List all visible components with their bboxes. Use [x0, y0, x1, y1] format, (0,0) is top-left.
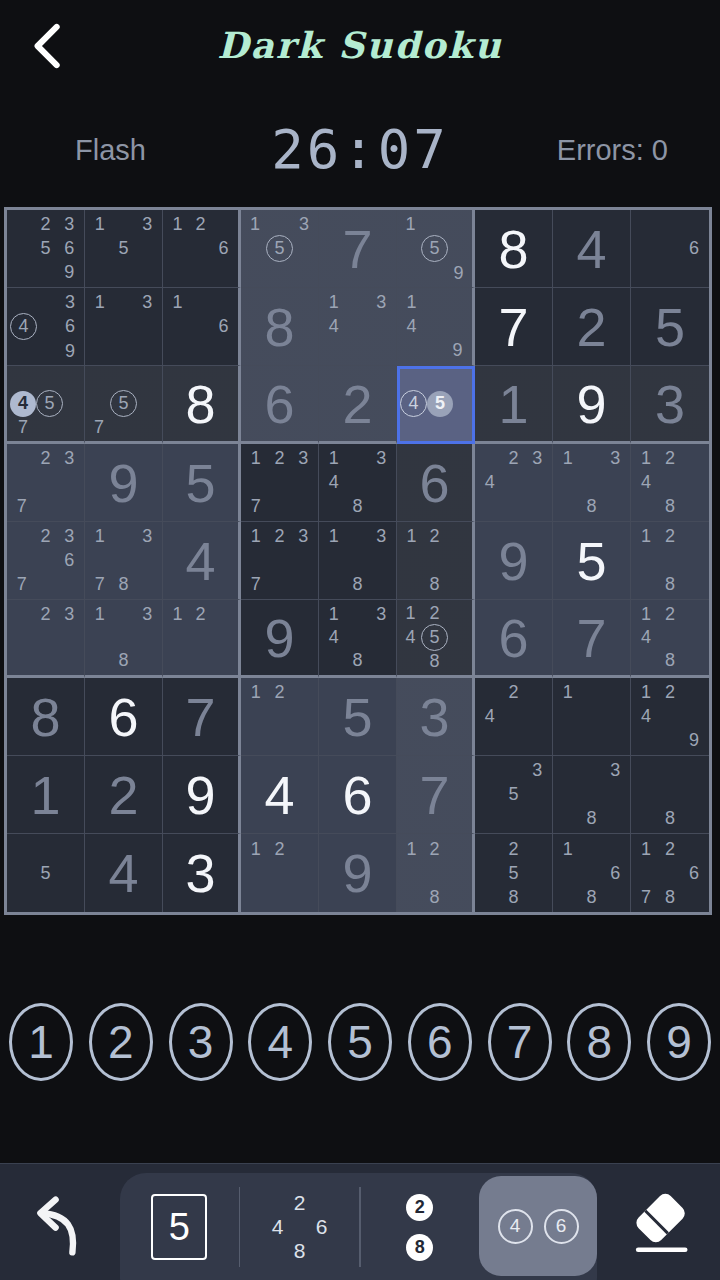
pencil-mark: 5: [502, 783, 526, 807]
outline-circle-mark: 5: [421, 624, 448, 651]
cell-r9c9[interactable]: 12678: [631, 834, 709, 912]
pencil-mark: 2: [658, 603, 682, 626]
cell-r3c4[interactable]: 6: [241, 366, 319, 444]
cell-r2c2[interactable]: 13: [85, 288, 163, 366]
cell-r5c7[interactable]: 9: [475, 522, 553, 600]
mode-normal-button[interactable]: 5: [120, 1173, 239, 1280]
given-digit: 4: [163, 522, 238, 599]
cell-r7c8[interactable]: 1: [553, 678, 631, 756]
pencil-mark: 8: [658, 806, 682, 830]
pencil-mark: 3: [135, 525, 159, 549]
given-digit: 9: [85, 444, 162, 521]
pencil-mark: 2: [189, 603, 212, 626]
pencil-marks: 128: [631, 522, 709, 599]
pencil-mark: 2: [34, 447, 58, 471]
cell-r3c1[interactable]: 754: [7, 366, 85, 444]
pencil-mark: 4: [322, 471, 346, 495]
pencil-mark: 9: [448, 262, 469, 284]
cell-r8c9[interactable]: 8: [631, 756, 709, 834]
given-digit: 5: [163, 444, 238, 521]
cell-r2c1[interactable]: 3694: [7, 288, 85, 366]
pencil-mark: 8: [580, 885, 604, 909]
pencil-mark: 7: [88, 417, 110, 438]
cell-r8c5[interactable]: 6: [319, 756, 397, 834]
pencil-mark: 8: [346, 649, 370, 672]
pencil-marks: 12: [241, 834, 318, 912]
cell-r2c7[interactable]: 7: [475, 288, 553, 366]
pencil-mark: 8: [346, 494, 370, 518]
given-digit: 9: [475, 522, 552, 599]
pencil-mark: 6: [57, 549, 81, 573]
pencil-mark: 1: [88, 291, 112, 315]
cell-r9c3[interactable]: 3: [163, 834, 241, 912]
outline-circle-mark: 4: [400, 390, 427, 417]
pencil-mark: 6: [59, 313, 81, 340]
pencil-marks: 35: [475, 756, 552, 833]
pencil-mark: 8: [658, 494, 682, 518]
pencil-mark: 2: [421, 603, 448, 624]
mode-filled-mark-button[interactable]: 2 8: [361, 1173, 480, 1280]
cell-r4c7[interactable]: 234: [475, 444, 553, 522]
pencil-marks: 12: [163, 600, 238, 675]
pencil-mark: 1: [322, 603, 346, 626]
cell-r6c8[interactable]: 7: [553, 600, 631, 678]
given-digit: 3: [631, 366, 709, 441]
pencil-mark: 4: [478, 471, 502, 495]
outline-circle-mark: 4: [10, 313, 37, 340]
pencil-marks: 135: [85, 210, 162, 287]
pencil-mark: 8: [580, 494, 604, 518]
pencil-mark: 4: [478, 705, 502, 729]
pencil-marks: 168: [553, 834, 630, 912]
pencil-marks: 138: [553, 444, 630, 521]
cell-r8c1[interactable]: 1: [7, 756, 85, 834]
pencil-marks: 237: [7, 444, 84, 521]
pencil-mark: 2: [658, 837, 682, 861]
cell-r5c3[interactable]: 4: [163, 522, 241, 600]
pencil-mark: 8: [421, 651, 448, 672]
cell-r1c8[interactable]: 4: [553, 210, 631, 288]
eraser-icon: [618, 1178, 702, 1266]
given-digit: 6: [475, 600, 552, 675]
cell-r1c2[interactable]: 135: [85, 210, 163, 288]
filled-circle-mark: 5: [427, 390, 453, 417]
cell-r9c6[interactable]: 128: [397, 834, 475, 912]
cell-r1c9[interactable]: 6: [631, 210, 709, 288]
cell-r1c5[interactable]: 7: [319, 210, 397, 288]
pencil-marks: 1249: [631, 678, 709, 755]
cell-r7c1[interactable]: 8: [7, 678, 85, 756]
cell-r9c1[interactable]: 5: [7, 834, 85, 912]
cell-r3c3[interactable]: 8: [163, 366, 241, 444]
pencil-marks: 1: [553, 678, 630, 755]
pencil-marks: 1237: [241, 444, 318, 521]
pencil-mark: 2: [658, 525, 682, 549]
pencil-marks: 1348: [319, 600, 396, 675]
pencil-mark: 1: [322, 291, 346, 315]
pencil-mark: 8: [580, 806, 604, 830]
pencil-mark: 3: [135, 213, 159, 237]
pencil-mark: 1: [634, 837, 658, 861]
number-pad: 123456789: [0, 1003, 720, 1083]
cell-r9c7[interactable]: 258: [475, 834, 553, 912]
pencil-mark: 2: [502, 681, 526, 705]
pencil-mark: 9: [446, 338, 469, 362]
pencil-marks: 128: [397, 522, 472, 599]
cell-r7c5[interactable]: 5: [319, 678, 397, 756]
cell-r8c3[interactable]: 9: [163, 756, 241, 834]
cell-r2c3[interactable]: 16: [163, 288, 241, 366]
pencil-mark: 9: [59, 340, 81, 362]
circle-mark-mode-icon: 4 6: [498, 1209, 579, 1244]
pencil-mark: 2: [268, 681, 292, 705]
input-mode-pill: 5 2 4 6 8 2 8 4 6: [120, 1173, 597, 1280]
pencil-marks: 45: [397, 366, 472, 441]
pencil-mark: 1: [244, 681, 268, 705]
given-digit: 4: [553, 210, 630, 287]
user-digit: 8: [475, 210, 552, 287]
pencil-mark: 1: [556, 837, 580, 861]
user-digit: 6: [319, 756, 396, 833]
numpad-7[interactable]: 7: [488, 1003, 552, 1081]
pencil-mark: 1: [244, 447, 268, 471]
pencil-mark: 3: [57, 525, 81, 549]
pencil-mark: 3: [525, 447, 549, 471]
pencil-marks: 135: [241, 210, 318, 287]
undo-button[interactable]: [22, 1178, 102, 1266]
pencil-marks: 3694: [7, 288, 84, 365]
pencil-marks: 8: [631, 756, 709, 833]
pencil-marks: 2367: [7, 522, 84, 599]
difficulty-label: Flash: [75, 134, 146, 167]
pencil-mark: 1: [244, 837, 268, 861]
pencil-mark: 2: [658, 681, 682, 705]
cell-r2c5[interactable]: 134: [319, 288, 397, 366]
pencil-mark: 6: [603, 861, 627, 885]
user-digit: 9: [163, 756, 238, 833]
pencil-marks: 16: [163, 288, 238, 365]
cell-r8c6[interactable]: 7: [397, 756, 475, 834]
pencil-mark: 7: [634, 885, 658, 909]
pencil-mark: 8: [502, 885, 526, 909]
pencil-mark: 2: [34, 213, 58, 237]
menu-button[interactable]: [646, 26, 702, 70]
pencil-marks: 754: [7, 366, 84, 441]
pencil-mark: 3: [57, 447, 81, 471]
pencil-mark: 7: [88, 572, 112, 596]
user-digit: 3: [163, 834, 238, 912]
pencil-mark: 3: [57, 603, 81, 626]
numpad-1[interactable]: 1: [9, 1003, 73, 1081]
pencil-marks: 126: [163, 210, 238, 287]
pencil-mark: 5: [34, 861, 58, 885]
cell-r8c4[interactable]: 4: [241, 756, 319, 834]
pencil-marks: 12485: [397, 600, 472, 675]
given-digit: 8: [7, 678, 84, 755]
pencil-mark: 5: [502, 861, 526, 885]
pencil-mark: 4: [400, 624, 421, 651]
cell-r4c2[interactable]: 9: [85, 444, 163, 522]
numpad-9[interactable]: 9: [647, 1003, 711, 1081]
pencil-mark: 7: [10, 494, 34, 518]
pencil-mark: 4: [634, 471, 658, 495]
pencil-marks: 23: [7, 600, 84, 675]
cell-r4c8[interactable]: 138: [553, 444, 631, 522]
pencil-mark: 3: [291, 447, 315, 471]
pencil-mark: 3: [369, 447, 393, 471]
cell-r3c6[interactable]: 45: [397, 366, 475, 444]
pencil-mark: 2: [268, 525, 292, 549]
pencil-mark: 2: [268, 447, 292, 471]
normal-mode-digit: 5: [169, 1206, 190, 1249]
pencil-mark: 4: [400, 315, 423, 339]
cell-r3c5[interactable]: 2: [319, 366, 397, 444]
pencil-mark: 1: [634, 603, 658, 626]
numpad-5[interactable]: 5: [328, 1003, 392, 1081]
cell-r6c1[interactable]: 23: [7, 600, 85, 678]
pencil-mark: 7: [244, 494, 268, 518]
pencil-mark: 2: [423, 837, 446, 861]
pencil-marks: 1237: [241, 522, 318, 599]
pencil-mark: 8: [112, 572, 136, 596]
cell-r4c9[interactable]: 1248: [631, 444, 709, 522]
pencil-marks: 195: [397, 210, 472, 287]
pencil-marks: 75: [85, 366, 162, 441]
given-digit: 7: [163, 678, 238, 755]
cell-r7c2[interactable]: 6: [85, 678, 163, 756]
cell-r4c6[interactable]: 6: [397, 444, 475, 522]
pencil-mark: 1: [634, 525, 658, 549]
pencil-mark: 1: [556, 681, 580, 705]
pencil-mark: 3: [291, 525, 315, 549]
cell-r9c2[interactable]: 4: [85, 834, 163, 912]
cell-r4c1[interactable]: 237: [7, 444, 85, 522]
pencil-marks: 38: [553, 756, 630, 833]
pencil-mark: 1: [166, 213, 189, 237]
pencil-marks: 1248: [631, 444, 709, 521]
cell-r7c9[interactable]: 1249: [631, 678, 709, 756]
user-digit: 5: [553, 522, 630, 599]
pencil-mark: 8: [658, 885, 682, 909]
pencil-mark: 9: [57, 260, 81, 284]
cell-r5c9[interactable]: 128: [631, 522, 709, 600]
header: Dark Sudoku: [0, 0, 720, 96]
numpad-2[interactable]: 2: [89, 1003, 153, 1081]
pencil-mark: 6: [212, 237, 235, 261]
pencil-mark: 1: [634, 681, 658, 705]
given-digit: 2: [85, 756, 162, 833]
eraser-button[interactable]: [618, 1178, 702, 1266]
cell-r9c8[interactable]: 168: [553, 834, 631, 912]
user-digit: 9: [553, 366, 630, 441]
pencil-mark: 1: [400, 291, 423, 315]
cell-r5c5[interactable]: 138: [319, 522, 397, 600]
cell-r3c9[interactable]: 3: [631, 366, 709, 444]
pencil-mark: 4: [322, 315, 346, 339]
pencil-marks: 23569: [7, 210, 84, 287]
cell-r5c4[interactable]: 1237: [241, 522, 319, 600]
pencil-mark: 4: [634, 705, 658, 729]
pencil-mark: 3: [135, 603, 159, 626]
pencil-mark: 8: [658, 649, 682, 672]
given-digit: 2: [319, 366, 396, 441]
given-digit: 9: [319, 834, 396, 912]
pencil-mark: 3: [57, 213, 81, 237]
pencil-mark: 4: [322, 626, 346, 649]
pencil-mark: 3: [369, 525, 393, 549]
pencil-mark: 1: [166, 291, 189, 315]
cell-r7c4[interactable]: 12: [241, 678, 319, 756]
pencil-mark: 3: [293, 213, 315, 235]
mode-circle-mark-button-selected[interactable]: 4 6: [479, 1176, 597, 1276]
pencil-mark: 1: [244, 213, 266, 235]
numpad-8[interactable]: 8: [567, 1003, 631, 1081]
given-digit: 7: [319, 210, 396, 287]
cell-r5c8[interactable]: 5: [553, 522, 631, 600]
pencil-mark: 6: [682, 237, 706, 261]
cell-r1c3[interactable]: 126: [163, 210, 241, 288]
pencil-mark: 1: [88, 525, 112, 549]
pencil-mark: 3: [525, 759, 549, 783]
pencil-marks: 128: [397, 834, 472, 912]
cell-r4c4[interactable]: 1237: [241, 444, 319, 522]
pencil-mark: 1: [322, 525, 346, 549]
pencil-mark: 3: [603, 759, 627, 783]
given-digit: 5: [631, 288, 709, 365]
pencil-mark: 1: [88, 213, 112, 237]
cell-r6c2[interactable]: 138: [85, 600, 163, 678]
cell-r5c1[interactable]: 2367: [7, 522, 85, 600]
pencil-mark: 1: [400, 837, 423, 861]
cell-r6c9[interactable]: 1248: [631, 600, 709, 678]
user-digit: 8: [163, 366, 238, 441]
given-digit: 2: [553, 288, 630, 365]
given-digit: 7: [553, 600, 630, 675]
cell-r6c4[interactable]: 9: [241, 600, 319, 678]
pencil-mark: 2: [658, 447, 682, 471]
pencil-mark: 8: [346, 572, 370, 596]
cell-r7c3[interactable]: 7: [163, 678, 241, 756]
cell-r1c6[interactable]: 195: [397, 210, 475, 288]
mode-pencil-button[interactable]: 2 4 6 8: [240, 1173, 359, 1280]
pencil-mark: 8: [423, 572, 446, 596]
sudoku-board: 2356913512613571958463694131681341497257…: [4, 207, 712, 915]
pencil-mark: 2: [189, 213, 212, 237]
given-digit: 6: [397, 444, 472, 521]
pencil-mark: 3: [603, 447, 627, 471]
pencil-mark: 1: [400, 213, 421, 235]
cell-r2c6[interactable]: 149: [397, 288, 475, 366]
user-digit: 6: [85, 678, 162, 755]
pencil-marks: 1248: [631, 600, 709, 675]
outline-circle-mark: 5: [421, 235, 448, 262]
pencil-mark: 3: [135, 291, 159, 315]
pencil-mark: 5: [34, 237, 58, 261]
pencil-mark: 8: [658, 572, 682, 596]
pencil-mark: 9: [682, 728, 706, 752]
undo-arrow-icon: [22, 1178, 102, 1266]
cell-r2c8[interactable]: 2: [553, 288, 631, 366]
pencil-marks: 24: [475, 678, 552, 755]
cell-r2c4[interactable]: 8: [241, 288, 319, 366]
pencil-mark: 3: [369, 603, 393, 626]
cell-r6c5[interactable]: 1348: [319, 600, 397, 678]
pencil-mark: 8: [423, 885, 446, 909]
given-digit: 3: [397, 678, 472, 755]
pencil-marks: 138: [85, 600, 162, 675]
cell-r7c7[interactable]: 24: [475, 678, 553, 756]
filled-circle-mark: 4: [10, 390, 36, 417]
bottom-toolbar: 5 2 4 6 8 2 8 4 6: [0, 1163, 720, 1280]
cell-r7c6[interactable]: 3: [397, 678, 475, 756]
cell-r1c7[interactable]: 8: [475, 210, 553, 288]
cell-r9c5[interactable]: 9: [319, 834, 397, 912]
given-digit: 6: [241, 366, 318, 441]
pencil-mark: 7: [244, 572, 268, 596]
cell-r1c1[interactable]: 23569: [7, 210, 85, 288]
pencil-mark: 8: [112, 649, 136, 672]
cell-r1c4[interactable]: 135: [241, 210, 319, 288]
pencil-mode-icon: 2 4 6 8: [267, 1191, 333, 1263]
numpad-6[interactable]: 6: [408, 1003, 472, 1081]
cell-r3c8[interactable]: 9: [553, 366, 631, 444]
numpad-3[interactable]: 3: [169, 1003, 233, 1081]
cell-r6c3[interactable]: 12: [163, 600, 241, 678]
pencil-mark: 1: [88, 603, 112, 626]
normal-mode-icon: 5: [151, 1194, 207, 1260]
pencil-mark: 3: [59, 291, 81, 313]
pencil-mark: 7: [10, 572, 34, 596]
cell-r8c7[interactable]: 35: [475, 756, 553, 834]
cell-r3c2[interactable]: 75: [85, 366, 163, 444]
cell-r5c2[interactable]: 1378: [85, 522, 163, 600]
pencil-mark: 5: [112, 237, 136, 261]
pencil-marks: 12: [241, 678, 318, 755]
cell-r2c9[interactable]: 5: [631, 288, 709, 366]
pencil-mark: 1: [556, 447, 580, 471]
cell-r3c7[interactable]: 1: [475, 366, 553, 444]
cell-r4c3[interactable]: 5: [163, 444, 241, 522]
pencil-mark: 4: [634, 626, 658, 649]
pencil-marks: 1378: [85, 522, 162, 599]
numpad-4[interactable]: 4: [248, 1003, 312, 1081]
pencil-mark: 7: [10, 417, 36, 438]
pencil-marks: 149: [397, 288, 472, 365]
cell-r6c6[interactable]: 12485: [397, 600, 475, 678]
filled-mark-mode-icon: 2 8: [406, 1194, 433, 1261]
pencil-marks: 6: [631, 210, 709, 287]
cell-r5c6[interactable]: 128: [397, 522, 475, 600]
pencil-mark: 2: [268, 837, 292, 861]
cell-r6c7[interactable]: 6: [475, 600, 553, 678]
pencil-mark: 3: [369, 291, 393, 315]
pencil-mark: 1: [322, 447, 346, 471]
user-digit: 4: [241, 756, 318, 833]
cell-r8c8[interactable]: 38: [553, 756, 631, 834]
cell-r8c2[interactable]: 2: [85, 756, 163, 834]
pencil-mark: 2: [502, 837, 526, 861]
given-digit: 9: [241, 600, 318, 675]
cell-r4c5[interactable]: 1348: [319, 444, 397, 522]
given-digit: 7: [397, 756, 472, 833]
cell-r9c4[interactable]: 12: [241, 834, 319, 912]
outline-circle-mark: 5: [266, 235, 293, 262]
status-row: 26:07 Flash Errors: 0: [0, 118, 720, 182]
pencil-mark: 1: [400, 525, 423, 549]
pencil-marks: 234: [475, 444, 552, 521]
pencil-mark: 1: [166, 603, 189, 626]
pencil-mark: 2: [34, 603, 58, 626]
